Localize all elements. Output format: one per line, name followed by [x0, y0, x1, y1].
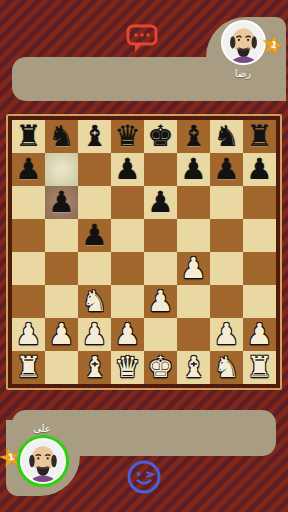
black-queen: ♛ — [115, 120, 141, 153]
square-h2[interactable]: ♟ — [243, 318, 276, 351]
game-screen: ★ 1 رضا ♜♞♝♛♚♝♞♜♟♟♟♟♟♟♟♟♟♞♟♟♟♟♟♟♟♜♝♛♚♝♞♜… — [0, 0, 288, 512]
square-c1[interactable]: ♝ — [78, 351, 111, 384]
square-g3[interactable] — [210, 285, 243, 318]
white-knight: ♞ — [82, 285, 108, 318]
black-knight: ♞ — [214, 120, 240, 153]
square-g1[interactable]: ♞ — [210, 351, 243, 384]
square-e1[interactable]: ♚ — [144, 351, 177, 384]
square-a6[interactable] — [12, 186, 45, 219]
square-f4[interactable]: ♟ — [177, 252, 210, 285]
emoji-button[interactable] — [126, 459, 162, 495]
square-c6[interactable] — [78, 186, 111, 219]
square-e8[interactable]: ♚ — [144, 120, 177, 153]
square-b5[interactable] — [45, 219, 78, 252]
black-pawn: ♟ — [49, 186, 75, 219]
square-b4[interactable] — [45, 252, 78, 285]
square-e7[interactable] — [144, 153, 177, 186]
square-h5[interactable] — [243, 219, 276, 252]
white-pawn: ♟ — [181, 252, 207, 285]
chess-board-frame: ♜♞♝♛♚♝♞♜♟♟♟♟♟♟♟♟♟♞♟♟♟♟♟♟♟♜♝♛♚♝♞♜ — [6, 114, 282, 390]
square-f3[interactable] — [177, 285, 210, 318]
black-rook: ♜ — [247, 120, 273, 153]
square-b8[interactable]: ♞ — [45, 120, 78, 153]
player-name: على — [12, 423, 72, 434]
black-pawn: ♟ — [82, 219, 108, 252]
white-pawn: ♟ — [247, 318, 273, 351]
square-a3[interactable] — [12, 285, 45, 318]
square-c3[interactable]: ♞ — [78, 285, 111, 318]
black-rook: ♜ — [16, 120, 42, 153]
chess-board: ♜♞♝♛♚♝♞♜♟♟♟♟♟♟♟♟♟♞♟♟♟♟♟♟♟♜♝♛♚♝♞♜ — [12, 120, 276, 384]
white-pawn: ♟ — [82, 318, 108, 351]
black-pawn: ♟ — [115, 153, 141, 186]
square-b7[interactable] — [45, 153, 78, 186]
white-bishop: ♝ — [82, 351, 108, 384]
square-f1[interactable]: ♝ — [177, 351, 210, 384]
black-bishop: ♝ — [82, 120, 108, 153]
square-c8[interactable]: ♝ — [78, 120, 111, 153]
square-d1[interactable]: ♛ — [111, 351, 144, 384]
square-b3[interactable] — [45, 285, 78, 318]
square-a4[interactable] — [12, 252, 45, 285]
square-e6[interactable]: ♟ — [144, 186, 177, 219]
square-e4[interactable] — [144, 252, 177, 285]
square-h4[interactable] — [243, 252, 276, 285]
square-g6[interactable] — [210, 186, 243, 219]
white-pawn: ♟ — [115, 318, 141, 351]
white-pawn: ♟ — [49, 318, 75, 351]
black-pawn: ♟ — [181, 153, 207, 186]
square-f6[interactable] — [177, 186, 210, 219]
square-a1[interactable]: ♜ — [12, 351, 45, 384]
square-d8[interactable]: ♛ — [111, 120, 144, 153]
square-f7[interactable]: ♟ — [177, 153, 210, 186]
white-pawn: ♟ — [16, 318, 42, 351]
square-c5[interactable]: ♟ — [78, 219, 111, 252]
square-d3[interactable] — [111, 285, 144, 318]
winking-face-icon — [126, 459, 162, 495]
white-pawn: ♟ — [214, 318, 240, 351]
white-rook: ♜ — [247, 351, 273, 384]
square-h8[interactable]: ♜ — [243, 120, 276, 153]
white-king: ♚ — [148, 351, 174, 384]
square-h3[interactable] — [243, 285, 276, 318]
square-h6[interactable] — [243, 186, 276, 219]
opponent-star-badge: ★ 1 — [258, 34, 288, 65]
square-e2[interactable] — [144, 318, 177, 351]
square-g2[interactable]: ♟ — [210, 318, 243, 351]
square-b1[interactable] — [45, 351, 78, 384]
black-knight: ♞ — [49, 120, 75, 153]
chat-button[interactable] — [126, 24, 158, 54]
black-bishop: ♝ — [181, 120, 207, 153]
square-f2[interactable] — [177, 318, 210, 351]
square-a5[interactable] — [12, 219, 45, 252]
square-d5[interactable] — [111, 219, 144, 252]
square-g7[interactable]: ♟ — [210, 153, 243, 186]
white-knight: ♞ — [214, 351, 240, 384]
white-queen: ♛ — [115, 351, 141, 384]
white-rook: ♜ — [16, 351, 42, 384]
square-h7[interactable]: ♟ — [243, 153, 276, 186]
square-g8[interactable]: ♞ — [210, 120, 243, 153]
black-pawn: ♟ — [148, 186, 174, 219]
square-a8[interactable]: ♜ — [12, 120, 45, 153]
square-c7[interactable] — [78, 153, 111, 186]
square-a2[interactable]: ♟ — [12, 318, 45, 351]
square-c2[interactable]: ♟ — [78, 318, 111, 351]
square-d2[interactable]: ♟ — [111, 318, 144, 351]
square-h1[interactable]: ♜ — [243, 351, 276, 384]
square-d7[interactable]: ♟ — [111, 153, 144, 186]
black-pawn: ♟ — [214, 153, 240, 186]
square-g5[interactable] — [210, 219, 243, 252]
square-b6[interactable]: ♟ — [45, 186, 78, 219]
white-bishop: ♝ — [181, 351, 207, 384]
square-a7[interactable]: ♟ — [12, 153, 45, 186]
man-face-icon — [22, 440, 64, 482]
square-e3[interactable]: ♟ — [144, 285, 177, 318]
square-e5[interactable] — [144, 219, 177, 252]
square-d6[interactable] — [111, 186, 144, 219]
square-g4[interactable] — [210, 252, 243, 285]
square-c4[interactable] — [78, 252, 111, 285]
square-f5[interactable] — [177, 219, 210, 252]
square-b2[interactable]: ♟ — [45, 318, 78, 351]
square-d4[interactable] — [111, 252, 144, 285]
black-pawn: ♟ — [247, 153, 273, 186]
white-pawn: ♟ — [148, 285, 174, 318]
square-f8[interactable]: ♝ — [177, 120, 210, 153]
opponent-name: رضا — [213, 68, 273, 79]
black-pawn: ♟ — [16, 153, 42, 186]
chat-bubble-icon — [126, 24, 158, 54]
black-king: ♚ — [148, 120, 174, 153]
